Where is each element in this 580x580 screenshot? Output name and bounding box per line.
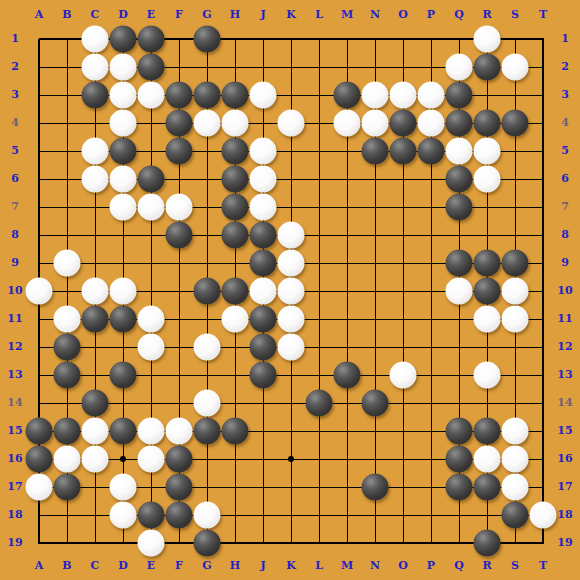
- white-stone-S17: [502, 474, 529, 501]
- white-stone-C6: [82, 166, 109, 193]
- black-stone-C14: [82, 390, 109, 417]
- black-stone-F17: [166, 474, 193, 501]
- row-label-left-8: 8: [4, 228, 26, 242]
- black-stone-Q9: [446, 250, 473, 277]
- black-stone-N5: [362, 138, 389, 165]
- col-label-bottom-A: A: [28, 559, 50, 573]
- white-stone-C10: [82, 278, 109, 305]
- col-label-top-G: G: [196, 8, 218, 22]
- black-stone-A15: [26, 418, 53, 445]
- white-stone-Q10: [446, 278, 473, 305]
- black-stone-G19: [194, 530, 221, 557]
- row-label-left-4: 4: [4, 116, 26, 130]
- black-stone-C11: [82, 306, 109, 333]
- black-stone-H6: [222, 166, 249, 193]
- black-stone-D13: [110, 362, 137, 389]
- white-stone-J3: [250, 82, 277, 109]
- white-stone-C2: [82, 54, 109, 81]
- white-stone-D4: [110, 110, 137, 137]
- white-stone-R6: [474, 166, 501, 193]
- col-label-bottom-G: G: [196, 559, 218, 573]
- black-stone-Q4: [446, 110, 473, 137]
- white-stone-K12: [278, 334, 305, 361]
- row-label-left-9: 9: [4, 256, 26, 270]
- white-stone-P4: [418, 110, 445, 137]
- row-label-right-12: 12: [554, 340, 576, 354]
- white-stone-D6: [110, 166, 137, 193]
- white-stone-K4: [278, 110, 305, 137]
- white-stone-S2: [502, 54, 529, 81]
- white-stone-E19: [138, 530, 165, 557]
- black-stone-H10: [222, 278, 249, 305]
- black-stone-R19: [474, 530, 501, 557]
- black-stone-O5: [390, 138, 417, 165]
- col-label-bottom-T: T: [532, 559, 554, 573]
- black-stone-J13: [250, 362, 277, 389]
- white-stone-J7: [250, 194, 277, 221]
- col-label-top-J: J: [252, 8, 274, 22]
- row-label-right-16: 16: [554, 452, 576, 466]
- white-stone-E7: [138, 194, 165, 221]
- black-stone-R9: [474, 250, 501, 277]
- white-stone-E12: [138, 334, 165, 361]
- row-label-left-7: 7: [4, 200, 26, 214]
- black-stone-M13: [334, 362, 361, 389]
- white-stone-O13: [390, 362, 417, 389]
- white-stone-E15: [138, 418, 165, 445]
- row-label-left-14: 14: [4, 396, 26, 410]
- white-stone-A10: [26, 278, 53, 305]
- black-stone-R10: [474, 278, 501, 305]
- black-stone-H8: [222, 222, 249, 249]
- black-stone-Q6: [446, 166, 473, 193]
- white-stone-Q5: [446, 138, 473, 165]
- black-stone-D11: [110, 306, 137, 333]
- white-stone-E11: [138, 306, 165, 333]
- grid-line-horizontal-19: [39, 542, 544, 544]
- row-label-left-1: 1: [4, 32, 26, 46]
- row-label-left-5: 5: [4, 144, 26, 158]
- col-label-top-S: S: [504, 8, 526, 22]
- col-label-top-T: T: [532, 8, 554, 22]
- black-stone-Q15: [446, 418, 473, 445]
- col-label-top-A: A: [28, 8, 50, 22]
- row-label-right-4: 4: [554, 116, 576, 130]
- black-stone-E2: [138, 54, 165, 81]
- col-label-top-P: P: [420, 8, 442, 22]
- white-stone-D7: [110, 194, 137, 221]
- black-stone-D15: [110, 418, 137, 445]
- row-label-right-10: 10: [554, 284, 576, 298]
- col-label-top-K: K: [280, 8, 302, 22]
- white-stone-D3: [110, 82, 137, 109]
- col-label-bottom-F: F: [168, 559, 190, 573]
- row-label-right-5: 5: [554, 144, 576, 158]
- col-label-bottom-M: M: [336, 559, 358, 573]
- col-label-bottom-K: K: [280, 559, 302, 573]
- col-label-bottom-S: S: [504, 559, 526, 573]
- black-stone-F16: [166, 446, 193, 473]
- black-stone-N14: [362, 390, 389, 417]
- white-stone-R13: [474, 362, 501, 389]
- row-label-left-18: 18: [4, 508, 26, 522]
- black-stone-B13: [54, 362, 81, 389]
- white-stone-C1: [82, 26, 109, 53]
- col-label-bottom-L: L: [308, 559, 330, 573]
- white-stone-E3: [138, 82, 165, 109]
- col-label-top-F: F: [168, 8, 190, 22]
- white-stone-S16: [502, 446, 529, 473]
- row-label-left-19: 19: [4, 536, 26, 550]
- col-label-top-O: O: [392, 8, 414, 22]
- col-label-bottom-J: J: [252, 559, 274, 573]
- row-label-left-12: 12: [4, 340, 26, 354]
- black-stone-B15: [54, 418, 81, 445]
- row-label-right-15: 15: [554, 424, 576, 438]
- white-stone-B11: [54, 306, 81, 333]
- row-label-right-7: 7: [554, 200, 576, 214]
- white-stone-C5: [82, 138, 109, 165]
- white-stone-R11: [474, 306, 501, 333]
- black-stone-D5: [110, 138, 137, 165]
- col-label-top-H: H: [224, 8, 246, 22]
- black-stone-S9: [502, 250, 529, 277]
- white-stone-G12: [194, 334, 221, 361]
- black-stone-F3: [166, 82, 193, 109]
- white-stone-J5: [250, 138, 277, 165]
- black-stone-N17: [362, 474, 389, 501]
- row-label-left-2: 2: [4, 60, 26, 74]
- black-stone-H15: [222, 418, 249, 445]
- row-label-right-13: 13: [554, 368, 576, 382]
- white-stone-K9: [278, 250, 305, 277]
- white-stone-N4: [362, 110, 389, 137]
- white-stone-K8: [278, 222, 305, 249]
- white-stone-D2: [110, 54, 137, 81]
- col-label-bottom-Q: Q: [448, 559, 470, 573]
- col-label-top-L: L: [308, 8, 330, 22]
- black-stone-B12: [54, 334, 81, 361]
- col-label-bottom-H: H: [224, 559, 246, 573]
- black-stone-S18: [502, 502, 529, 529]
- col-label-top-E: E: [140, 8, 162, 22]
- white-stone-N3: [362, 82, 389, 109]
- black-stone-R17: [474, 474, 501, 501]
- white-stone-S11: [502, 306, 529, 333]
- col-label-bottom-B: B: [56, 559, 78, 573]
- col-label-top-Q: Q: [448, 8, 470, 22]
- row-label-left-15: 15: [4, 424, 26, 438]
- black-stone-R15: [474, 418, 501, 445]
- white-stone-D18: [110, 502, 137, 529]
- black-stone-J12: [250, 334, 277, 361]
- black-stone-H7: [222, 194, 249, 221]
- black-stone-R2: [474, 54, 501, 81]
- row-label-right-19: 19: [554, 536, 576, 550]
- black-stone-E18: [138, 502, 165, 529]
- black-stone-E6: [138, 166, 165, 193]
- col-label-top-N: N: [364, 8, 386, 22]
- white-stone-H4: [222, 110, 249, 137]
- white-stone-E16: [138, 446, 165, 473]
- col-label-bottom-D: D: [112, 559, 134, 573]
- col-label-bottom-O: O: [392, 559, 414, 573]
- black-stone-J11: [250, 306, 277, 333]
- col-label-top-M: M: [336, 8, 358, 22]
- black-stone-Q7: [446, 194, 473, 221]
- col-label-top-B: B: [56, 8, 78, 22]
- black-stone-M3: [334, 82, 361, 109]
- white-stone-C15: [82, 418, 109, 445]
- white-stone-K11: [278, 306, 305, 333]
- row-label-right-14: 14: [554, 396, 576, 410]
- col-label-bottom-N: N: [364, 559, 386, 573]
- white-stone-S10: [502, 278, 529, 305]
- white-stone-Q2: [446, 54, 473, 81]
- col-label-top-R: R: [476, 8, 498, 22]
- row-label-left-10: 10: [4, 284, 26, 298]
- col-label-bottom-P: P: [420, 559, 442, 573]
- black-stone-R4: [474, 110, 501, 137]
- black-stone-P5: [418, 138, 445, 165]
- white-stone-A17: [26, 474, 53, 501]
- col-label-bottom-R: R: [476, 559, 498, 573]
- row-label-right-9: 9: [554, 256, 576, 270]
- row-label-left-6: 6: [4, 172, 26, 186]
- white-stone-J10: [250, 278, 277, 305]
- white-stone-T18: [530, 502, 557, 529]
- row-label-right-6: 6: [554, 172, 576, 186]
- white-stone-O3: [390, 82, 417, 109]
- white-stone-C16: [82, 446, 109, 473]
- row-label-right-11: 11: [554, 312, 576, 326]
- black-stone-J8: [250, 222, 277, 249]
- black-stone-G1: [194, 26, 221, 53]
- white-stone-D17: [110, 474, 137, 501]
- white-stone-J6: [250, 166, 277, 193]
- black-stone-D1: [110, 26, 137, 53]
- black-stone-F4: [166, 110, 193, 137]
- white-stone-G4: [194, 110, 221, 137]
- black-stone-Q16: [446, 446, 473, 473]
- black-stone-H3: [222, 82, 249, 109]
- hoshi-point-D16: [120, 456, 126, 462]
- white-stone-B16: [54, 446, 81, 473]
- black-stone-S4: [502, 110, 529, 137]
- white-stone-H11: [222, 306, 249, 333]
- grid-line-vertical-L: [319, 39, 320, 544]
- row-label-right-18: 18: [554, 508, 576, 522]
- row-label-left-11: 11: [4, 312, 26, 326]
- white-stone-B9: [54, 250, 81, 277]
- grid-line-horizontal-14: [39, 403, 544, 404]
- black-stone-G10: [194, 278, 221, 305]
- black-stone-Q3: [446, 82, 473, 109]
- hoshi-point-K16: [288, 456, 294, 462]
- grid-line-vertical-T: [542, 39, 544, 544]
- black-stone-J9: [250, 250, 277, 277]
- col-label-bottom-E: E: [140, 559, 162, 573]
- row-label-right-1: 1: [554, 32, 576, 46]
- black-stone-Q17: [446, 474, 473, 501]
- row-label-right-17: 17: [554, 480, 576, 494]
- col-label-bottom-C: C: [84, 559, 106, 573]
- col-label-top-C: C: [84, 8, 106, 22]
- white-stone-F7: [166, 194, 193, 221]
- white-stone-S15: [502, 418, 529, 445]
- row-label-left-16: 16: [4, 452, 26, 466]
- black-stone-A16: [26, 446, 53, 473]
- white-stone-K10: [278, 278, 305, 305]
- black-stone-F18: [166, 502, 193, 529]
- black-stone-E1: [138, 26, 165, 53]
- white-stone-R16: [474, 446, 501, 473]
- black-stone-L14: [306, 390, 333, 417]
- row-label-left-13: 13: [4, 368, 26, 382]
- white-stone-G14: [194, 390, 221, 417]
- black-stone-B17: [54, 474, 81, 501]
- white-stone-D10: [110, 278, 137, 305]
- go-board[interactable]: ABCDEFGHJKLMNOPQRST ABCDEFGHJKLMNOPQRST …: [0, 0, 580, 580]
- row-label-right-8: 8: [554, 228, 576, 242]
- black-stone-H5: [222, 138, 249, 165]
- white-stone-P3: [418, 82, 445, 109]
- white-stone-R5: [474, 138, 501, 165]
- black-stone-C3: [82, 82, 109, 109]
- black-stone-F5: [166, 138, 193, 165]
- row-label-left-17: 17: [4, 480, 26, 494]
- black-stone-G3: [194, 82, 221, 109]
- white-stone-F15: [166, 418, 193, 445]
- black-stone-F8: [166, 222, 193, 249]
- black-stone-O4: [390, 110, 417, 137]
- col-label-top-D: D: [112, 8, 134, 22]
- row-label-left-3: 3: [4, 88, 26, 102]
- white-stone-R1: [474, 26, 501, 53]
- white-stone-M4: [334, 110, 361, 137]
- black-stone-G15: [194, 418, 221, 445]
- row-label-right-3: 3: [554, 88, 576, 102]
- row-label-right-2: 2: [554, 60, 576, 74]
- white-stone-G18: [194, 502, 221, 529]
